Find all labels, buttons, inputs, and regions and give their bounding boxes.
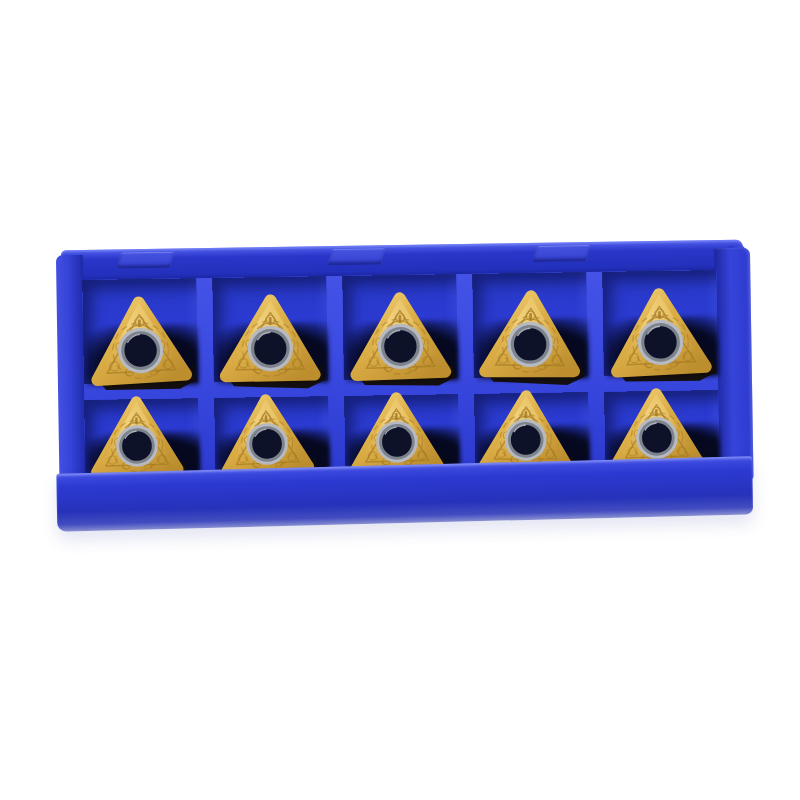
compartment-r1-c3 — [342, 274, 458, 380]
lid-tab-3 — [533, 245, 591, 262]
insert-cast-mark — [655, 409, 658, 416]
compartment-r2-c4 — [474, 392, 589, 467]
compartment-r1-c4 — [472, 272, 588, 378]
carbide-insert — [214, 292, 326, 390]
compartment-r1-c5 — [602, 270, 718, 376]
lid-tab-1 — [117, 252, 175, 269]
insert-cast-mark — [265, 415, 268, 422]
compartment-r2-c2 — [214, 396, 329, 471]
carbide-insert — [603, 284, 718, 386]
carbide-insert — [82, 292, 198, 395]
insert-cast-mark — [395, 413, 398, 420]
insert-cast-mark — [398, 315, 401, 323]
insert-cast-mark — [138, 319, 141, 327]
insert-cast-mark — [135, 417, 138, 424]
insert-case — [56, 240, 754, 529]
compartment-r2-c5 — [604, 390, 719, 465]
carbide-insert — [344, 289, 458, 389]
insert-cast-mark — [525, 411, 528, 418]
insert-cast-mark — [269, 317, 272, 325]
insert-tray — [82, 270, 719, 473]
compartment-r2-c1 — [84, 398, 199, 473]
compartment-r2-c3 — [344, 394, 459, 469]
insert-cast-mark — [529, 313, 532, 321]
compartment-r1-c1 — [82, 278, 198, 384]
insert-cast-mark — [658, 311, 661, 319]
lid-tab-2 — [328, 248, 386, 265]
compartment-r1-c2 — [212, 276, 328, 382]
photo-stage — [0, 0, 800, 800]
carbide-insert — [473, 287, 587, 387]
